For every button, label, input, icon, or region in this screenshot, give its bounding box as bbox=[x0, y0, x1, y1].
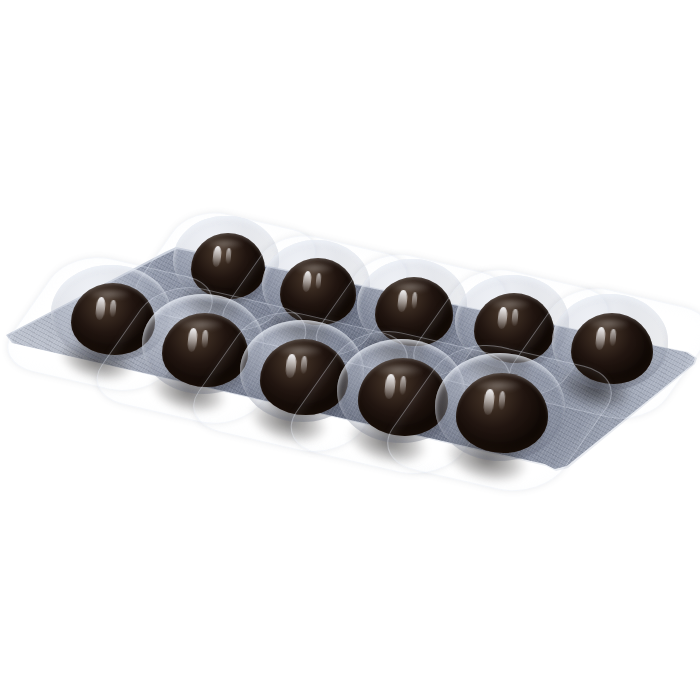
capsule bbox=[456, 373, 548, 453]
capsule-window-highlight bbox=[285, 354, 297, 379]
capsule-sheen-highlight bbox=[473, 379, 524, 393]
capsule-sheen-highlight bbox=[204, 238, 245, 249]
capsule-window-highlight-2 bbox=[609, 329, 616, 346]
capsule-sheen-highlight bbox=[488, 298, 532, 310]
capsule-window-highlight-2 bbox=[110, 299, 117, 317]
capsule-window-highlight-2 bbox=[315, 273, 321, 289]
capsule-window-highlight bbox=[497, 307, 508, 330]
capsule-sheen-highlight bbox=[177, 318, 224, 331]
capsule-sheen-highlight bbox=[389, 281, 432, 293]
capsule-window-highlight-2 bbox=[511, 309, 518, 326]
capsule-window-highlight-2 bbox=[225, 248, 231, 264]
capsule-window-highlight bbox=[482, 389, 495, 416]
capsule-window-highlight bbox=[594, 326, 605, 350]
capsule-window-highlight bbox=[95, 297, 107, 321]
capsule-window-highlight-2 bbox=[202, 330, 209, 348]
capsule-window-highlight bbox=[212, 246, 222, 268]
capsule-window-highlight bbox=[384, 373, 396, 399]
capsule-sheen-highlight bbox=[374, 363, 424, 376]
capsule-window-highlight-2 bbox=[411, 292, 418, 309]
capsule-layer bbox=[0, 0, 700, 700]
capsule-sheen-highlight bbox=[276, 344, 324, 357]
capsule-window-highlight-2 bbox=[400, 376, 408, 395]
capsule-window-highlight bbox=[397, 290, 408, 313]
capsule-window-highlight bbox=[187, 327, 199, 352]
capsule-window-highlight-2 bbox=[499, 391, 507, 411]
capsule-sheen-highlight bbox=[586, 317, 631, 329]
capsule-sheen-highlight bbox=[294, 262, 336, 273]
capsule-window-highlight bbox=[302, 271, 313, 293]
photo-background bbox=[0, 0, 700, 700]
capsule-sheen-highlight bbox=[86, 288, 132, 300]
capsule-window-highlight-2 bbox=[301, 356, 308, 375]
